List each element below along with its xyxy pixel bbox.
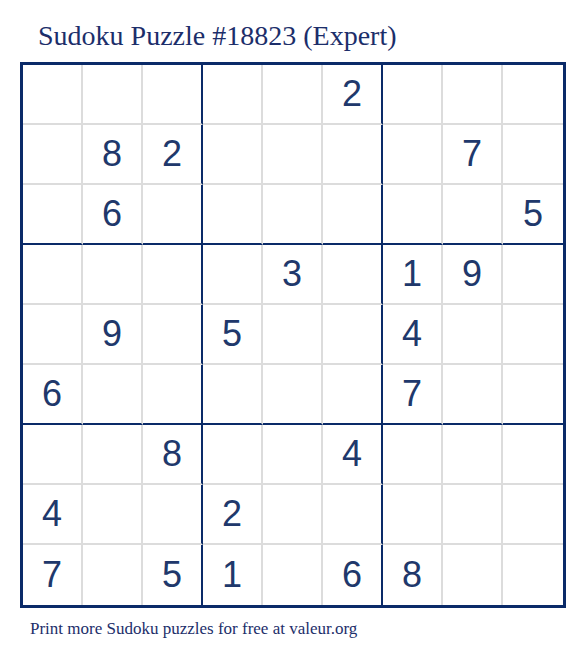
cell-r8c5 <box>263 485 323 545</box>
cell-r1c1 <box>23 65 83 125</box>
cell-r5c1 <box>23 305 83 365</box>
cell-r8c4: 2 <box>203 485 263 545</box>
cell-r1c8 <box>443 65 503 125</box>
cell-r9c4: 1 <box>203 545 263 605</box>
cell-r6c3 <box>143 365 203 425</box>
cell-r7c7 <box>383 425 443 485</box>
cell-r8c9 <box>503 485 563 545</box>
footer-text: Print more Sudoku puzzles for free at va… <box>0 608 580 639</box>
cell-r9c1: 7 <box>23 545 83 605</box>
cell-r6c5 <box>263 365 323 425</box>
cell-r4c4 <box>203 245 263 305</box>
cell-r8c6 <box>323 485 383 545</box>
cell-r1c2 <box>83 65 143 125</box>
cell-r7c4 <box>203 425 263 485</box>
cell-r9c5 <box>263 545 323 605</box>
cell-r9c7: 8 <box>383 545 443 605</box>
cell-r2c5 <box>263 125 323 185</box>
cell-r6c2 <box>83 365 143 425</box>
cell-r8c7 <box>383 485 443 545</box>
cell-r3c2: 6 <box>83 185 143 245</box>
cell-r7c2 <box>83 425 143 485</box>
cell-r3c7 <box>383 185 443 245</box>
cell-r6c6 <box>323 365 383 425</box>
cell-r3c8 <box>443 185 503 245</box>
cell-r7c1 <box>23 425 83 485</box>
cell-r5c7: 4 <box>383 305 443 365</box>
cell-r2c9 <box>503 125 563 185</box>
cell-r7c5 <box>263 425 323 485</box>
cell-r4c3 <box>143 245 203 305</box>
cell-r3c9: 5 <box>503 185 563 245</box>
cell-r2c1 <box>23 125 83 185</box>
cell-r4c7: 1 <box>383 245 443 305</box>
cell-r2c3: 2 <box>143 125 203 185</box>
cell-r6c8 <box>443 365 503 425</box>
sudoku-board: 28276531995467844275168 <box>20 62 566 608</box>
cell-r1c7 <box>383 65 443 125</box>
cell-r5c8 <box>443 305 503 365</box>
cell-r1c9 <box>503 65 563 125</box>
sudoku-page: Sudoku Puzzle #18823 (Expert) 2827653199… <box>0 0 580 651</box>
cell-r4c5: 3 <box>263 245 323 305</box>
cell-r2c6 <box>323 125 383 185</box>
cell-r4c1 <box>23 245 83 305</box>
cell-r7c3: 8 <box>143 425 203 485</box>
cell-r8c1: 4 <box>23 485 83 545</box>
cell-r3c3 <box>143 185 203 245</box>
cell-r5c5 <box>263 305 323 365</box>
cell-r8c3 <box>143 485 203 545</box>
cell-r1c5 <box>263 65 323 125</box>
cell-r2c2: 8 <box>83 125 143 185</box>
cell-r2c8: 7 <box>443 125 503 185</box>
cell-r5c4: 5 <box>203 305 263 365</box>
cell-r8c8 <box>443 485 503 545</box>
cell-r2c7 <box>383 125 443 185</box>
puzzle-title: Sudoku Puzzle #18823 (Expert) <box>0 0 580 53</box>
cell-r9c3: 5 <box>143 545 203 605</box>
cell-r1c3 <box>143 65 203 125</box>
cell-r1c4 <box>203 65 263 125</box>
cell-r9c9 <box>503 545 563 605</box>
cell-r9c6: 6 <box>323 545 383 605</box>
cell-r6c7: 7 <box>383 365 443 425</box>
cell-r9c2 <box>83 545 143 605</box>
cell-r3c4 <box>203 185 263 245</box>
cell-r3c5 <box>263 185 323 245</box>
cell-r8c2 <box>83 485 143 545</box>
cell-r5c9 <box>503 305 563 365</box>
cell-r4c8: 9 <box>443 245 503 305</box>
cell-r4c9 <box>503 245 563 305</box>
cell-r5c6 <box>323 305 383 365</box>
cell-r3c1 <box>23 185 83 245</box>
cell-r4c2 <box>83 245 143 305</box>
cell-r6c4 <box>203 365 263 425</box>
cell-r6c9 <box>503 365 563 425</box>
cell-r5c2: 9 <box>83 305 143 365</box>
cell-r1c6: 2 <box>323 65 383 125</box>
cell-r7c6: 4 <box>323 425 383 485</box>
cell-r5c3 <box>143 305 203 365</box>
cell-r6c1: 6 <box>23 365 83 425</box>
cell-r7c8 <box>443 425 503 485</box>
cell-r9c8 <box>443 545 503 605</box>
cell-r4c6 <box>323 245 383 305</box>
cell-r2c4 <box>203 125 263 185</box>
cell-r3c6 <box>323 185 383 245</box>
cell-r7c9 <box>503 425 563 485</box>
